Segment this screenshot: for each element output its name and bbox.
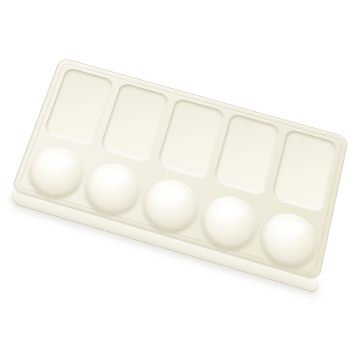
rect-well-4 (213, 113, 281, 196)
round-well-4 (196, 190, 262, 256)
photo-canvas (0, 0, 360, 360)
rect-well-3 (156, 97, 225, 179)
round-well-3 (137, 174, 204, 239)
round-well-1 (22, 141, 90, 204)
rect-well-5 (271, 129, 338, 213)
round-well-5 (256, 207, 321, 273)
round-well-2 (79, 157, 146, 221)
